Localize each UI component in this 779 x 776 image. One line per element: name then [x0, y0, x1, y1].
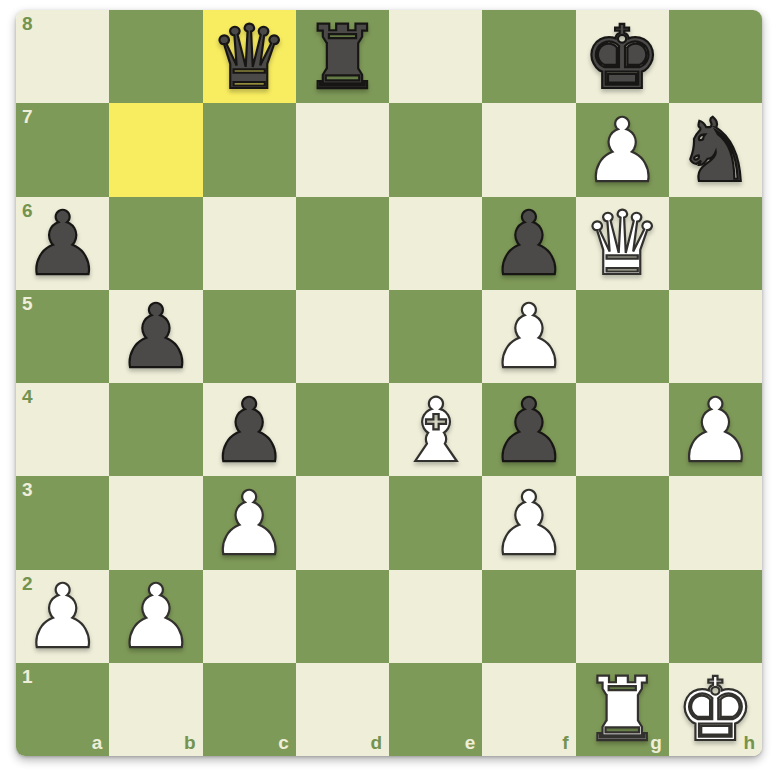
- file-label-f: f: [562, 733, 568, 752]
- square-e2[interactable]: [389, 570, 482, 663]
- square-d3[interactable]: [296, 476, 389, 569]
- piece-white-king[interactable]: ♚: [676, 666, 755, 754]
- piece-white-pawn[interactable]: ♟: [23, 573, 102, 661]
- piece-black-pawn[interactable]: ♟: [23, 200, 102, 288]
- square-b3[interactable]: [109, 476, 202, 569]
- piece-white-queen[interactable]: ♛: [583, 200, 662, 288]
- square-c1[interactable]: c: [203, 663, 296, 756]
- square-f3[interactable]: ♟: [482, 476, 575, 569]
- page-background: { "game": "chess", "position": { "fen": …: [0, 0, 779, 776]
- piece-black-pawn[interactable]: ♟: [210, 387, 289, 475]
- square-e6[interactable]: [389, 197, 482, 290]
- rank-label-8: 8: [22, 14, 33, 33]
- rank-label-3: 3: [22, 480, 33, 499]
- square-b8[interactable]: [109, 10, 202, 103]
- rank-label-5: 5: [22, 294, 33, 313]
- square-e8[interactable]: [389, 10, 482, 103]
- square-e3[interactable]: [389, 476, 482, 569]
- square-f1[interactable]: f: [482, 663, 575, 756]
- square-b5[interactable]: ♟: [109, 290, 202, 383]
- square-g4[interactable]: [576, 383, 669, 476]
- square-c3[interactable]: ♟: [203, 476, 296, 569]
- square-d1[interactable]: d: [296, 663, 389, 756]
- square-e7[interactable]: [389, 103, 482, 196]
- square-f8[interactable]: [482, 10, 575, 103]
- square-a8[interactable]: 8: [16, 10, 109, 103]
- piece-black-rook[interactable]: ♜: [303, 14, 382, 102]
- square-c8[interactable]: ♛: [203, 10, 296, 103]
- piece-white-pawn[interactable]: ♟: [583, 107, 662, 195]
- square-g2[interactable]: [576, 570, 669, 663]
- file-label-a: a: [92, 733, 103, 752]
- piece-white-rook[interactable]: ♜: [583, 666, 662, 754]
- square-d5[interactable]: [296, 290, 389, 383]
- piece-black-pawn[interactable]: ♟: [116, 293, 195, 381]
- file-label-e: e: [465, 733, 476, 752]
- piece-black-knight[interactable]: ♞: [676, 107, 755, 195]
- piece-white-bishop[interactable]: ♝: [396, 387, 475, 475]
- file-label-c: c: [278, 733, 289, 752]
- chess-board: 8♛♜♚7♟♞6♟♟♛5♟♟4♟♝♟♟3♟♟2♟♟1abcdefg♜h♚: [16, 10, 762, 756]
- square-d2[interactable]: [296, 570, 389, 663]
- rank-label-1: 1: [22, 667, 33, 686]
- square-g6[interactable]: ♛: [576, 197, 669, 290]
- piece-white-pawn[interactable]: ♟: [489, 480, 568, 568]
- square-a6[interactable]: 6♟: [16, 197, 109, 290]
- square-e1[interactable]: e: [389, 663, 482, 756]
- piece-white-pawn[interactable]: ♟: [116, 573, 195, 661]
- rank-label-7: 7: [22, 107, 33, 126]
- square-g7[interactable]: ♟: [576, 103, 669, 196]
- square-e4[interactable]: ♝: [389, 383, 482, 476]
- piece-white-pawn[interactable]: ♟: [676, 387, 755, 475]
- piece-black-queen[interactable]: ♛: [210, 14, 289, 102]
- file-label-b: b: [184, 733, 196, 752]
- square-h5[interactable]: [669, 290, 762, 383]
- rank-label-4: 4: [22, 387, 33, 406]
- piece-black-pawn[interactable]: ♟: [489, 387, 568, 475]
- square-b4[interactable]: [109, 383, 202, 476]
- square-h1[interactable]: h♚: [669, 663, 762, 756]
- square-b1[interactable]: b: [109, 663, 202, 756]
- square-f5[interactable]: ♟: [482, 290, 575, 383]
- square-g8[interactable]: ♚: [576, 10, 669, 103]
- square-c2[interactable]: [203, 570, 296, 663]
- piece-white-pawn[interactable]: ♟: [489, 293, 568, 381]
- square-h2[interactable]: [669, 570, 762, 663]
- square-h7[interactable]: ♞: [669, 103, 762, 196]
- square-c5[interactable]: [203, 290, 296, 383]
- square-a5[interactable]: 5: [16, 290, 109, 383]
- square-f6[interactable]: ♟: [482, 197, 575, 290]
- square-a2[interactable]: 2♟: [16, 570, 109, 663]
- square-h3[interactable]: [669, 476, 762, 569]
- square-g5[interactable]: [576, 290, 669, 383]
- piece-black-king[interactable]: ♚: [583, 14, 662, 102]
- file-label-d: d: [370, 733, 382, 752]
- square-d6[interactable]: [296, 197, 389, 290]
- square-c6[interactable]: [203, 197, 296, 290]
- square-h6[interactable]: [669, 197, 762, 290]
- square-d7[interactable]: [296, 103, 389, 196]
- square-f7[interactable]: [482, 103, 575, 196]
- square-e5[interactable]: [389, 290, 482, 383]
- square-g1[interactable]: g♜: [576, 663, 669, 756]
- square-a4[interactable]: 4: [16, 383, 109, 476]
- piece-white-pawn[interactable]: ♟: [210, 480, 289, 568]
- square-g3[interactable]: [576, 476, 669, 569]
- square-b2[interactable]: ♟: [109, 570, 202, 663]
- square-b7[interactable]: [109, 103, 202, 196]
- piece-black-pawn[interactable]: ♟: [489, 200, 568, 288]
- square-f4[interactable]: ♟: [482, 383, 575, 476]
- square-c4[interactable]: ♟: [203, 383, 296, 476]
- square-h4[interactable]: ♟: [669, 383, 762, 476]
- square-d8[interactable]: ♜: [296, 10, 389, 103]
- square-c7[interactable]: [203, 103, 296, 196]
- square-b6[interactable]: [109, 197, 202, 290]
- square-a1[interactable]: 1a: [16, 663, 109, 756]
- square-a3[interactable]: 3: [16, 476, 109, 569]
- square-f2[interactable]: [482, 570, 575, 663]
- square-h8[interactable]: [669, 10, 762, 103]
- square-d4[interactable]: [296, 383, 389, 476]
- square-a7[interactable]: 7: [16, 103, 109, 196]
